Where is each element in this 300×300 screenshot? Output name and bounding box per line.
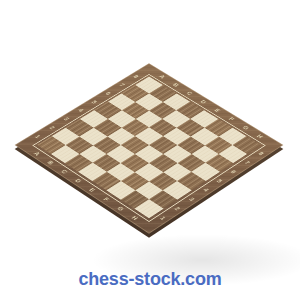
- product-photo-scene: ABCDEFGH ABCDEFGH 87654321 87654321: [54, 50, 244, 240]
- chess-board: ABCDEFGH ABCDEFGH 87654321 87654321: [15, 63, 284, 233]
- playing-field: [37, 77, 260, 219]
- watermark-text: chess-stock.com: [0, 269, 300, 290]
